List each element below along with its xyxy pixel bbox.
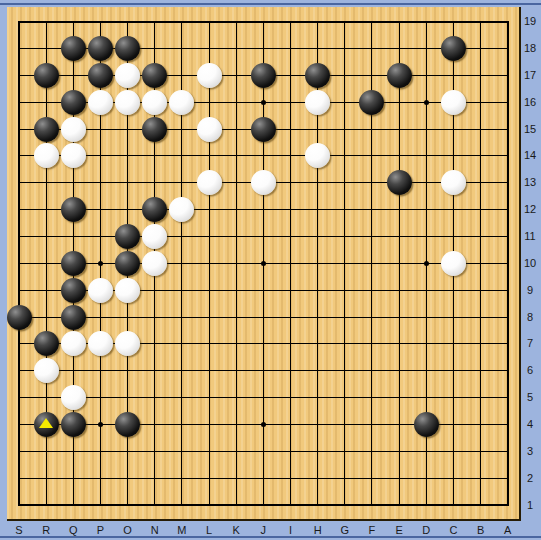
row-label-11: 11	[520, 230, 540, 243]
col-label-C: C	[443, 524, 463, 537]
stone-C10	[441, 251, 466, 276]
star-point	[261, 261, 266, 266]
stone-E17	[387, 63, 412, 88]
stone-C18	[441, 36, 466, 61]
stone-L13	[197, 170, 222, 195]
row-label-13: 13	[520, 176, 540, 189]
stone-J15	[251, 117, 276, 142]
star-point	[424, 261, 429, 266]
stone-H16	[305, 90, 330, 115]
grid-line	[18, 21, 509, 23]
stone-M12	[169, 197, 194, 222]
stone-Q18	[61, 36, 86, 61]
row-label-3: 3	[520, 445, 540, 458]
row-label-8: 8	[520, 311, 540, 324]
go-board[interactable]	[7, 7, 521, 521]
stone-S8	[7, 305, 32, 330]
stone-O18	[115, 36, 140, 61]
stone-L15	[197, 117, 222, 142]
row-label-18: 18	[520, 42, 540, 55]
stone-P9	[88, 278, 113, 303]
stone-N10	[142, 251, 167, 276]
stone-L17	[197, 63, 222, 88]
stone-Q10	[61, 251, 86, 276]
star-point	[98, 422, 103, 427]
col-label-A: A	[498, 524, 518, 537]
grid-line	[18, 155, 509, 156]
stone-M16	[169, 90, 194, 115]
grid-line	[18, 478, 509, 479]
grid-line	[18, 504, 509, 506]
stone-R7	[34, 331, 59, 356]
col-label-G: G	[335, 524, 355, 537]
stone-Q15	[61, 117, 86, 142]
stone-O9	[115, 278, 140, 303]
grid-line	[18, 209, 509, 210]
col-label-Q: Q	[63, 524, 83, 537]
star-point	[98, 261, 103, 266]
stone-J13	[251, 170, 276, 195]
col-label-M: M	[172, 524, 192, 537]
stone-Q8	[61, 305, 86, 330]
stone-Q14	[61, 143, 86, 168]
stone-O10	[115, 251, 140, 276]
stone-H17	[305, 63, 330, 88]
grid-line	[18, 236, 509, 237]
stone-O7	[115, 331, 140, 356]
col-label-F: F	[362, 524, 382, 537]
go-app-window: { "game": "go", "board": { "size": 19, "…	[0, 0, 541, 540]
col-label-K: K	[226, 524, 246, 537]
stone-R17	[34, 63, 59, 88]
col-label-S: S	[9, 524, 29, 537]
grid-line	[18, 370, 509, 371]
row-label-14: 14	[520, 149, 540, 162]
window-top-accent-line	[0, 3, 541, 5]
stone-N16	[142, 90, 167, 115]
grid-line	[18, 451, 509, 452]
row-label-15: 15	[520, 123, 540, 136]
star-point	[261, 422, 266, 427]
col-label-D: D	[416, 524, 436, 537]
last-move-triangle-marker	[39, 418, 53, 428]
row-label-9: 9	[520, 284, 540, 297]
row-label-17: 17	[520, 69, 540, 82]
col-label-B: B	[471, 524, 491, 537]
stone-E13	[387, 170, 412, 195]
row-label-19: 19	[520, 15, 540, 28]
col-label-R: R	[36, 524, 56, 537]
stone-Q9	[61, 278, 86, 303]
stone-O17	[115, 63, 140, 88]
stone-R6	[34, 358, 59, 383]
stone-P7	[88, 331, 113, 356]
stone-Q5	[61, 385, 86, 410]
col-label-H: H	[308, 524, 328, 537]
row-label-2: 2	[520, 472, 540, 485]
col-label-O: O	[118, 524, 138, 537]
row-label-10: 10	[520, 257, 540, 270]
stone-O4	[115, 412, 140, 437]
stone-N11	[142, 224, 167, 249]
col-label-N: N	[145, 524, 165, 537]
stone-H14	[305, 143, 330, 168]
row-label-7: 7	[520, 337, 540, 350]
col-label-L: L	[199, 524, 219, 537]
stone-P17	[88, 63, 113, 88]
col-label-P: P	[90, 524, 110, 537]
stone-O16	[115, 90, 140, 115]
row-label-6: 6	[520, 364, 540, 377]
stone-N17	[142, 63, 167, 88]
row-label-16: 16	[520, 96, 540, 109]
stone-J17	[251, 63, 276, 88]
row-label-5: 5	[520, 391, 540, 404]
row-label-4: 4	[520, 418, 540, 431]
col-label-J: J	[253, 524, 273, 537]
stone-P16	[88, 90, 113, 115]
stone-C13	[441, 170, 466, 195]
stone-Q16	[61, 90, 86, 115]
col-label-I: I	[281, 524, 301, 537]
col-label-E: E	[389, 524, 409, 537]
stone-F16	[359, 90, 384, 115]
stone-R14	[34, 143, 59, 168]
stone-Q7	[61, 331, 86, 356]
grid-line	[18, 317, 509, 318]
stone-P18	[88, 36, 113, 61]
stone-N15	[142, 117, 167, 142]
stone-C16	[441, 90, 466, 115]
stone-N12	[142, 197, 167, 222]
grid-line	[18, 397, 509, 398]
stone-R15	[34, 117, 59, 142]
stone-O11	[115, 224, 140, 249]
star-point	[424, 100, 429, 105]
star-point	[261, 100, 266, 105]
stone-Q4	[61, 412, 86, 437]
row-label-12: 12	[520, 203, 540, 216]
row-label-1: 1	[520, 499, 540, 512]
stone-D4	[414, 412, 439, 437]
stone-Q12	[61, 197, 86, 222]
